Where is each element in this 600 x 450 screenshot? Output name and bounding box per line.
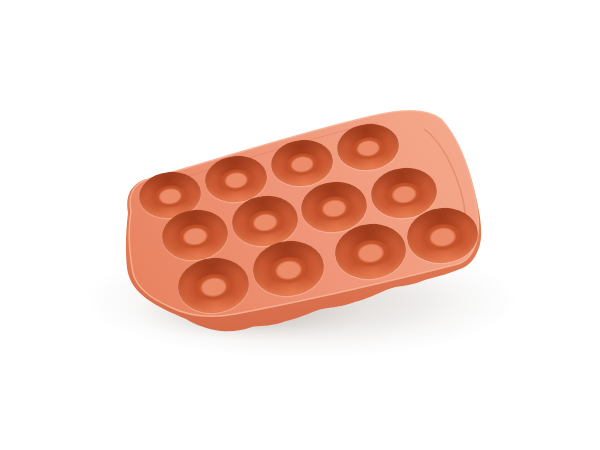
product-photo: Orange silicone baking mould with twelve… <box>0 0 600 450</box>
mold-tray <box>0 0 600 450</box>
